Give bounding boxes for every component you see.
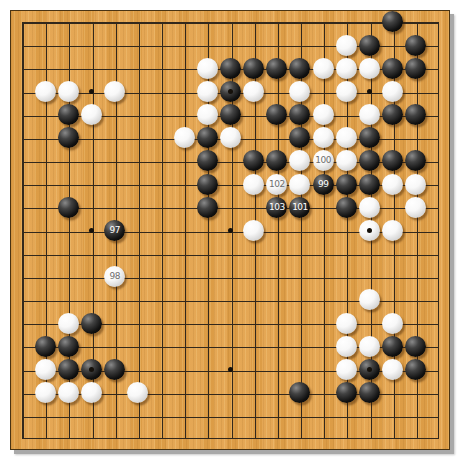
white-stone[interactable] (336, 58, 357, 79)
intersection[interactable]: 97 (103, 219, 126, 242)
intersection[interactable] (265, 335, 288, 358)
intersection[interactable] (34, 404, 57, 427)
intersection[interactable] (103, 404, 126, 427)
intersection[interactable] (265, 10, 288, 33)
intersection[interactable] (312, 126, 335, 149)
intersection[interactable] (404, 149, 427, 172)
white-stone[interactable] (336, 336, 357, 357)
white-stone[interactable] (359, 289, 380, 310)
intersection[interactable] (312, 10, 335, 33)
white-stone[interactable] (243, 220, 264, 241)
intersection[interactable] (219, 126, 242, 149)
intersection[interactable] (335, 34, 358, 57)
intersection[interactable] (265, 358, 288, 381)
intersection[interactable] (288, 335, 311, 358)
white-stone[interactable] (313, 127, 334, 148)
intersection[interactable] (103, 149, 126, 172)
intersection[interactable] (219, 427, 242, 450)
intersection[interactable] (103, 173, 126, 196)
intersection[interactable] (57, 34, 80, 57)
intersection[interactable] (219, 34, 242, 57)
intersection[interactable] (404, 196, 427, 219)
intersection[interactable] (265, 242, 288, 265)
white-stone[interactable] (382, 220, 403, 241)
intersection[interactable] (219, 149, 242, 172)
black-stone[interactable] (197, 127, 218, 148)
intersection[interactable] (196, 288, 219, 311)
intersection[interactable] (242, 196, 265, 219)
black-stone[interactable] (220, 104, 241, 125)
intersection[interactable] (126, 404, 149, 427)
intersection[interactable] (312, 80, 335, 103)
intersection[interactable] (149, 335, 172, 358)
intersection[interactable] (427, 34, 450, 57)
black-stone[interactable] (359, 127, 380, 148)
intersection[interactable] (10, 149, 33, 172)
intersection[interactable] (126, 312, 149, 335)
intersection[interactable] (335, 196, 358, 219)
white-stone[interactable] (81, 382, 102, 403)
intersection[interactable] (242, 80, 265, 103)
intersection[interactable] (57, 173, 80, 196)
intersection[interactable] (57, 312, 80, 335)
intersection[interactable] (126, 57, 149, 80)
intersection[interactable] (404, 265, 427, 288)
intersection[interactable] (427, 242, 450, 265)
white-stone[interactable] (359, 104, 380, 125)
intersection[interactable] (196, 312, 219, 335)
intersection[interactable] (288, 103, 311, 126)
intersection[interactable] (358, 288, 381, 311)
intersection[interactable] (103, 288, 126, 311)
intersection[interactable] (57, 196, 80, 219)
intersection[interactable] (404, 126, 427, 149)
intersection[interactable] (34, 381, 57, 404)
black-stone[interactable] (220, 58, 241, 79)
black-stone[interactable] (243, 58, 264, 79)
intersection[interactable] (288, 10, 311, 33)
intersection[interactable] (34, 103, 57, 126)
intersection[interactable] (10, 312, 33, 335)
intersection[interactable] (173, 34, 196, 57)
intersection[interactable] (427, 288, 450, 311)
white-stone[interactable] (289, 174, 310, 195)
intersection[interactable] (80, 173, 103, 196)
intersection[interactable] (173, 242, 196, 265)
intersection[interactable] (80, 196, 103, 219)
intersection[interactable] (242, 149, 265, 172)
intersection[interactable] (196, 173, 219, 196)
intersection[interactable] (358, 242, 381, 265)
intersection[interactable] (149, 427, 172, 450)
intersection[interactable] (196, 103, 219, 126)
black-stone[interactable] (359, 382, 380, 403)
intersection[interactable] (80, 404, 103, 427)
intersection[interactable] (57, 404, 80, 427)
intersection[interactable] (358, 173, 381, 196)
intersection[interactable] (126, 381, 149, 404)
intersection[interactable] (196, 10, 219, 33)
black-stone[interactable] (243, 150, 264, 171)
intersection[interactable] (57, 80, 80, 103)
intersection[interactable] (219, 288, 242, 311)
intersection[interactable] (265, 57, 288, 80)
intersection[interactable] (265, 34, 288, 57)
intersection[interactable] (404, 219, 427, 242)
intersection[interactable] (242, 288, 265, 311)
intersection[interactable] (404, 404, 427, 427)
intersection[interactable] (404, 358, 427, 381)
intersection[interactable] (126, 242, 149, 265)
intersection[interactable] (80, 10, 103, 33)
intersection[interactable] (242, 34, 265, 57)
intersection[interactable] (173, 381, 196, 404)
intersection[interactable] (103, 103, 126, 126)
intersection[interactable] (427, 427, 450, 450)
intersection[interactable] (358, 10, 381, 33)
black-stone[interactable]: 97 (104, 220, 125, 241)
intersection[interactable] (242, 103, 265, 126)
black-stone[interactable] (266, 150, 287, 171)
intersection[interactable] (149, 103, 172, 126)
intersection[interactable] (34, 265, 57, 288)
intersection[interactable] (57, 288, 80, 311)
intersection[interactable] (427, 126, 450, 149)
white-stone[interactable] (336, 81, 357, 102)
intersection[interactable] (149, 34, 172, 57)
black-stone[interactable] (289, 127, 310, 148)
intersection[interactable] (427, 265, 450, 288)
intersection[interactable] (196, 335, 219, 358)
intersection[interactable] (126, 126, 149, 149)
intersection[interactable] (358, 103, 381, 126)
intersection[interactable] (149, 196, 172, 219)
intersection[interactable] (10, 381, 33, 404)
intersection[interactable] (196, 381, 219, 404)
intersection[interactable] (149, 80, 172, 103)
intersection[interactable] (219, 404, 242, 427)
intersection[interactable] (196, 149, 219, 172)
white-stone[interactable] (58, 382, 79, 403)
intersection[interactable] (126, 34, 149, 57)
black-stone[interactable] (58, 104, 79, 125)
intersection[interactable] (404, 80, 427, 103)
black-stone[interactable] (58, 336, 79, 357)
intersection[interactable] (196, 57, 219, 80)
intersection[interactable] (219, 196, 242, 219)
intersection[interactable] (288, 404, 311, 427)
intersection[interactable] (404, 103, 427, 126)
intersection[interactable] (149, 381, 172, 404)
intersection[interactable] (103, 57, 126, 80)
intersection[interactable] (103, 80, 126, 103)
intersection[interactable]: 99 (312, 173, 335, 196)
intersection[interactable] (404, 10, 427, 33)
intersection[interactable] (57, 57, 80, 80)
white-stone[interactable] (336, 150, 357, 171)
black-stone[interactable] (35, 336, 56, 357)
intersection[interactable] (57, 126, 80, 149)
intersection[interactable] (173, 196, 196, 219)
intersection[interactable] (10, 219, 33, 242)
intersection[interactable]: 101 (288, 196, 311, 219)
intersection[interactable] (335, 288, 358, 311)
intersection[interactable] (358, 381, 381, 404)
black-stone[interactable]: 101 (289, 197, 310, 218)
intersection[interactable] (381, 265, 404, 288)
intersection[interactable] (288, 312, 311, 335)
intersection[interactable] (335, 242, 358, 265)
black-stone[interactable] (104, 359, 125, 380)
intersection[interactable] (312, 265, 335, 288)
intersection[interactable] (427, 57, 450, 80)
intersection[interactable] (173, 358, 196, 381)
intersection[interactable] (126, 196, 149, 219)
white-stone[interactable] (382, 174, 403, 195)
intersection[interactable] (288, 242, 311, 265)
intersection[interactable] (242, 57, 265, 80)
intersection[interactable] (10, 288, 33, 311)
intersection[interactable] (335, 427, 358, 450)
intersection[interactable] (80, 57, 103, 80)
black-stone[interactable] (289, 58, 310, 79)
intersection[interactable] (358, 57, 381, 80)
intersection[interactable] (288, 126, 311, 149)
white-stone[interactable] (35, 359, 56, 380)
white-stone[interactable] (382, 313, 403, 334)
intersection[interactable] (335, 126, 358, 149)
intersection[interactable] (10, 34, 33, 57)
black-stone[interactable] (359, 35, 380, 56)
white-stone[interactable] (289, 81, 310, 102)
intersection[interactable] (10, 335, 33, 358)
intersection[interactable] (219, 242, 242, 265)
intersection[interactable] (265, 404, 288, 427)
intersection[interactable] (265, 126, 288, 149)
intersection[interactable] (219, 10, 242, 33)
intersection[interactable] (427, 381, 450, 404)
intersection[interactable] (57, 381, 80, 404)
intersection[interactable] (381, 404, 404, 427)
intersection[interactable] (10, 80, 33, 103)
intersection[interactable] (242, 173, 265, 196)
intersection[interactable] (312, 381, 335, 404)
intersection[interactable] (381, 173, 404, 196)
white-stone[interactable] (81, 104, 102, 125)
intersection[interactable] (219, 381, 242, 404)
black-stone[interactable] (266, 104, 287, 125)
black-stone[interactable] (197, 197, 218, 218)
intersection[interactable] (103, 196, 126, 219)
intersection[interactable] (381, 10, 404, 33)
intersection[interactable] (335, 103, 358, 126)
intersection[interactable] (381, 312, 404, 335)
intersection[interactable] (126, 149, 149, 172)
intersection[interactable] (149, 149, 172, 172)
intersection[interactable] (381, 242, 404, 265)
intersection[interactable] (288, 57, 311, 80)
black-stone[interactable] (405, 104, 426, 125)
intersection[interactable] (149, 288, 172, 311)
white-stone[interactable] (58, 81, 79, 102)
intersection[interactable] (57, 10, 80, 33)
intersection[interactable] (57, 242, 80, 265)
intersection[interactable] (381, 427, 404, 450)
intersection[interactable] (335, 149, 358, 172)
intersection[interactable] (34, 10, 57, 33)
white-stone[interactable] (336, 127, 357, 148)
white-stone[interactable]: 102 (266, 174, 287, 195)
black-stone[interactable] (405, 58, 426, 79)
intersection[interactable] (404, 312, 427, 335)
black-stone[interactable] (336, 174, 357, 195)
intersection[interactable] (196, 265, 219, 288)
intersection[interactable] (103, 242, 126, 265)
intersection[interactable] (381, 196, 404, 219)
intersection[interactable] (265, 427, 288, 450)
white-stone[interactable] (197, 104, 218, 125)
intersection[interactable] (173, 312, 196, 335)
intersection[interactable] (427, 103, 450, 126)
intersection[interactable] (335, 219, 358, 242)
intersection[interactable] (126, 265, 149, 288)
intersection[interactable] (312, 335, 335, 358)
intersection[interactable] (126, 173, 149, 196)
intersection[interactable] (196, 404, 219, 427)
intersection[interactable] (288, 265, 311, 288)
intersection[interactable] (242, 427, 265, 450)
intersection[interactable] (10, 57, 33, 80)
white-stone[interactable]: 98 (104, 266, 125, 287)
white-stone[interactable] (197, 58, 218, 79)
intersection[interactable] (196, 80, 219, 103)
intersection[interactable] (427, 335, 450, 358)
intersection[interactable] (196, 358, 219, 381)
intersection[interactable] (103, 126, 126, 149)
intersection[interactable] (103, 427, 126, 450)
white-stone[interactable] (359, 336, 380, 357)
black-stone[interactable] (405, 336, 426, 357)
intersection[interactable] (34, 312, 57, 335)
intersection[interactable] (196, 427, 219, 450)
intersection[interactable] (34, 34, 57, 57)
intersection[interactable] (312, 404, 335, 427)
intersection[interactable] (126, 358, 149, 381)
intersection[interactable] (149, 219, 172, 242)
black-stone[interactable] (382, 11, 403, 32)
intersection[interactable] (103, 34, 126, 57)
intersection[interactable] (219, 57, 242, 80)
intersection[interactable] (149, 10, 172, 33)
white-stone[interactable] (243, 81, 264, 102)
white-stone[interactable] (313, 104, 334, 125)
intersection[interactable] (335, 57, 358, 80)
intersection[interactable] (103, 335, 126, 358)
intersection[interactable] (196, 196, 219, 219)
intersection[interactable] (288, 34, 311, 57)
intersection[interactable] (196, 242, 219, 265)
intersection[interactable] (312, 358, 335, 381)
intersection[interactable] (265, 381, 288, 404)
intersection[interactable] (10, 404, 33, 427)
intersection[interactable] (149, 312, 172, 335)
intersection[interactable] (149, 242, 172, 265)
intersection[interactable] (381, 149, 404, 172)
intersection[interactable] (288, 173, 311, 196)
intersection[interactable] (80, 312, 103, 335)
intersection[interactable] (34, 149, 57, 172)
intersection[interactable] (173, 57, 196, 80)
intersection[interactable] (427, 312, 450, 335)
intersection[interactable] (381, 80, 404, 103)
intersection[interactable] (10, 173, 33, 196)
intersection[interactable] (103, 312, 126, 335)
intersection[interactable] (10, 196, 33, 219)
intersection[interactable] (173, 427, 196, 450)
intersection[interactable] (173, 80, 196, 103)
intersection[interactable] (173, 288, 196, 311)
intersection[interactable] (427, 358, 450, 381)
black-stone[interactable] (382, 58, 403, 79)
intersection[interactable] (335, 80, 358, 103)
intersection[interactable] (358, 265, 381, 288)
intersection[interactable] (219, 173, 242, 196)
intersection[interactable] (219, 335, 242, 358)
intersection[interactable] (381, 335, 404, 358)
intersection[interactable] (265, 219, 288, 242)
white-stone[interactable] (359, 197, 380, 218)
intersection[interactable] (288, 358, 311, 381)
intersection[interactable] (242, 242, 265, 265)
intersection[interactable] (149, 358, 172, 381)
intersection[interactable] (57, 103, 80, 126)
intersection[interactable] (427, 196, 450, 219)
intersection[interactable] (312, 288, 335, 311)
intersection[interactable] (242, 335, 265, 358)
intersection[interactable]: 100 (312, 149, 335, 172)
black-stone[interactable] (382, 150, 403, 171)
intersection[interactable] (381, 34, 404, 57)
intersection[interactable] (312, 57, 335, 80)
black-stone[interactable] (266, 58, 287, 79)
white-stone[interactable] (405, 197, 426, 218)
intersection[interactable] (335, 335, 358, 358)
intersection[interactable] (381, 381, 404, 404)
intersection[interactable] (57, 427, 80, 450)
intersection[interactable] (242, 265, 265, 288)
intersection[interactable] (103, 358, 126, 381)
intersection[interactable]: 102 (265, 173, 288, 196)
intersection[interactable] (173, 173, 196, 196)
intersection[interactable] (10, 242, 33, 265)
intersection[interactable] (173, 126, 196, 149)
intersection[interactable] (219, 312, 242, 335)
intersection[interactable] (381, 219, 404, 242)
intersection[interactable] (57, 335, 80, 358)
intersection[interactable] (34, 80, 57, 103)
intersection[interactable] (149, 265, 172, 288)
intersection[interactable] (173, 10, 196, 33)
intersection[interactable] (381, 57, 404, 80)
intersection[interactable] (103, 381, 126, 404)
intersection[interactable]: 98 (103, 265, 126, 288)
intersection[interactable] (427, 404, 450, 427)
intersection[interactable] (358, 404, 381, 427)
intersection[interactable] (312, 34, 335, 57)
intersection[interactable] (265, 149, 288, 172)
intersection[interactable] (80, 242, 103, 265)
intersection[interactable] (196, 219, 219, 242)
